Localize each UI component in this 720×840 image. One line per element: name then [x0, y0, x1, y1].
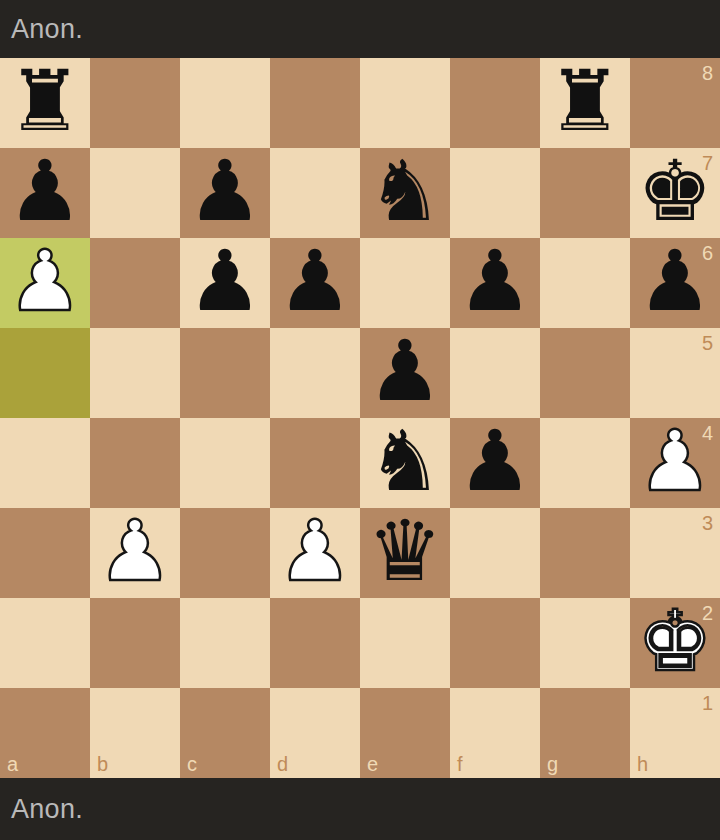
- square-g6[interactable]: [540, 238, 630, 328]
- square-f7[interactable]: [450, 148, 540, 238]
- square-a4[interactable]: [0, 418, 90, 508]
- square-h1[interactable]: 1h: [630, 688, 720, 778]
- white-pawn-piece[interactable]: ♟: [97, 506, 172, 596]
- square-f3[interactable]: [450, 508, 540, 598]
- square-d7[interactable]: [270, 148, 360, 238]
- square-e1[interactable]: e: [360, 688, 450, 778]
- black-pawn-piece[interactable]: ♟: [457, 416, 532, 506]
- square-c3[interactable]: [180, 508, 270, 598]
- square-h4[interactable]: ♟4: [630, 418, 720, 508]
- square-g1[interactable]: g: [540, 688, 630, 778]
- file-label-c: c: [187, 754, 197, 774]
- square-c8[interactable]: [180, 58, 270, 148]
- file-label-b: b: [97, 754, 108, 774]
- square-e5[interactable]: ♟: [360, 328, 450, 418]
- square-e6[interactable]: [360, 238, 450, 328]
- chess-board[interactable]: ♜♜8♟♟♞♚7♟♟♟♟♟6♟5♞♟♟4♟♟♛3♚2abcdefg1h: [0, 58, 720, 778]
- file-label-e: e: [367, 754, 378, 774]
- square-e4[interactable]: ♞: [360, 418, 450, 508]
- white-pawn-piece[interactable]: ♟: [277, 506, 352, 596]
- white-pawn-piece[interactable]: ♟: [637, 416, 712, 506]
- square-d8[interactable]: [270, 58, 360, 148]
- square-a8[interactable]: ♜: [0, 58, 90, 148]
- black-rook-piece[interactable]: ♜: [547, 56, 622, 146]
- square-f4[interactable]: ♟: [450, 418, 540, 508]
- rank-label-8: 8: [702, 63, 713, 83]
- square-b5[interactable]: [90, 328, 180, 418]
- square-f5[interactable]: [450, 328, 540, 418]
- square-h7[interactable]: ♚7: [630, 148, 720, 238]
- black-king-piece[interactable]: ♚: [637, 146, 712, 236]
- file-label-a: a: [7, 754, 18, 774]
- square-f1[interactable]: f: [450, 688, 540, 778]
- square-a6[interactable]: ♟: [0, 238, 90, 328]
- square-d6[interactable]: ♟: [270, 238, 360, 328]
- square-e8[interactable]: [360, 58, 450, 148]
- black-pawn-piece[interactable]: ♟: [637, 236, 712, 326]
- black-pawn-piece[interactable]: ♟: [457, 236, 532, 326]
- black-rook-piece[interactable]: ♜: [7, 56, 82, 146]
- game-screen: Anon. ♜♜8♟♟♞♚7♟♟♟♟♟6♟5♞♟♟4♟♟♛3♚2abcdefg1…: [0, 0, 720, 840]
- square-e3[interactable]: ♛: [360, 508, 450, 598]
- square-a1[interactable]: a: [0, 688, 90, 778]
- rank-label-3: 3: [702, 513, 713, 533]
- square-b7[interactable]: [90, 148, 180, 238]
- black-pawn-piece[interactable]: ♟: [187, 236, 262, 326]
- bottom-player-bar: Anon.: [0, 778, 720, 840]
- square-c1[interactable]: c: [180, 688, 270, 778]
- square-g8[interactable]: ♜: [540, 58, 630, 148]
- black-knight-piece[interactable]: ♞: [367, 416, 442, 506]
- square-b6[interactable]: [90, 238, 180, 328]
- square-h5[interactable]: 5: [630, 328, 720, 418]
- square-h2[interactable]: ♚2: [630, 598, 720, 688]
- square-g7[interactable]: [540, 148, 630, 238]
- square-d2[interactable]: [270, 598, 360, 688]
- square-g4[interactable]: [540, 418, 630, 508]
- file-label-f: f: [457, 754, 463, 774]
- square-b4[interactable]: [90, 418, 180, 508]
- file-label-g: g: [547, 754, 558, 774]
- square-h3[interactable]: 3: [630, 508, 720, 598]
- black-pawn-piece[interactable]: ♟: [277, 236, 352, 326]
- square-d5[interactable]: [270, 328, 360, 418]
- square-e2[interactable]: [360, 598, 450, 688]
- file-label-d: d: [277, 754, 288, 774]
- black-queen-piece[interactable]: ♛: [367, 506, 442, 596]
- square-a7[interactable]: ♟: [0, 148, 90, 238]
- square-c7[interactable]: ♟: [180, 148, 270, 238]
- square-g2[interactable]: [540, 598, 630, 688]
- white-pawn-piece[interactable]: ♟: [7, 236, 82, 326]
- rank-label-1: 1: [702, 693, 713, 713]
- white-king-piece[interactable]: ♚: [637, 596, 712, 686]
- square-e7[interactable]: ♞: [360, 148, 450, 238]
- black-pawn-piece[interactable]: ♟: [7, 146, 82, 236]
- black-pawn-piece[interactable]: ♟: [187, 146, 262, 236]
- square-h8[interactable]: 8: [630, 58, 720, 148]
- black-knight-piece[interactable]: ♞: [367, 146, 442, 236]
- square-f6[interactable]: ♟: [450, 238, 540, 328]
- square-a3[interactable]: [0, 508, 90, 598]
- top-player-bar: Anon.: [0, 0, 720, 58]
- bottom-player-name: Anon.: [11, 794, 83, 825]
- square-c5[interactable]: [180, 328, 270, 418]
- square-a2[interactable]: [0, 598, 90, 688]
- rank-label-5: 5: [702, 333, 713, 353]
- square-c6[interactable]: ♟: [180, 238, 270, 328]
- top-player-name: Anon.: [11, 14, 83, 45]
- square-f2[interactable]: [450, 598, 540, 688]
- square-g5[interactable]: [540, 328, 630, 418]
- square-d1[interactable]: d: [270, 688, 360, 778]
- square-c4[interactable]: [180, 418, 270, 508]
- square-a5[interactable]: [0, 328, 90, 418]
- square-b8[interactable]: [90, 58, 180, 148]
- black-pawn-piece[interactable]: ♟: [367, 326, 442, 416]
- square-d4[interactable]: [270, 418, 360, 508]
- square-d3[interactable]: ♟: [270, 508, 360, 598]
- square-f8[interactable]: [450, 58, 540, 148]
- square-h6[interactable]: ♟6: [630, 238, 720, 328]
- square-g3[interactable]: [540, 508, 630, 598]
- square-c2[interactable]: [180, 598, 270, 688]
- square-b1[interactable]: b: [90, 688, 180, 778]
- square-b3[interactable]: ♟: [90, 508, 180, 598]
- square-b2[interactable]: [90, 598, 180, 688]
- file-label-h: h: [637, 754, 648, 774]
